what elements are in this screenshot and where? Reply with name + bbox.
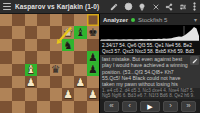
square-g5[interactable] xyxy=(74,51,86,63)
hint-bulb-icon[interactable] xyxy=(138,3,146,11)
square-a7[interactable] xyxy=(0,26,12,38)
square-f6[interactable]: ♞ xyxy=(62,39,74,51)
engine-line[interactable]: 2.34/17 54. Qe6 Qf3 55. Qe1 Ne4 56. Be2 … xyxy=(100,42,200,55)
square-e5[interactable] xyxy=(50,51,62,63)
square-d1[interactable] xyxy=(37,101,49,113)
play-circle-icon[interactable] xyxy=(124,2,133,11)
navigation-bar: « ‹ ▶ › » xyxy=(100,99,200,113)
edit-icon[interactable] xyxy=(110,3,118,11)
square-b5[interactable] xyxy=(12,51,24,63)
square-h8[interactable] xyxy=(87,14,99,26)
square-g7[interactable]: ♝ xyxy=(74,26,86,38)
move-list[interactable]: 1. e4 c6 2. d4 d5 3. Nc3 dxe4 4. Nxe4 Nd… xyxy=(100,88,200,99)
first-move-button[interactable]: « xyxy=(104,101,119,112)
piece-black-pawn[interactable]: ♟ xyxy=(88,64,98,75)
square-g6[interactable] xyxy=(74,39,86,51)
square-e8[interactable] xyxy=(50,14,62,26)
square-h7[interactable]: ♚ xyxy=(87,26,99,38)
square-f1[interactable] xyxy=(62,101,74,113)
square-a3[interactable] xyxy=(0,76,12,88)
square-a5[interactable] xyxy=(0,51,12,63)
square-g1[interactable] xyxy=(74,101,86,113)
menu-icon[interactable] xyxy=(3,3,11,10)
piece-white-queen[interactable]: ♛ xyxy=(63,27,73,38)
square-c5[interactable] xyxy=(25,51,37,63)
piece-black-bishop[interactable]: ♝ xyxy=(76,27,86,38)
square-h2[interactable]: ♟ xyxy=(87,88,99,100)
title-bar: Kasparov vs Karjakin (1-0) xyxy=(0,0,200,14)
overflow-menu-icon[interactable] xyxy=(192,2,197,11)
square-a8[interactable] xyxy=(0,14,12,26)
eval-graph[interactable] xyxy=(100,25,200,42)
edit-comment-button[interactable] xyxy=(190,56,199,65)
square-b8[interactable] xyxy=(12,14,24,26)
close-icon[interactable] xyxy=(152,3,160,11)
square-e7[interactable] xyxy=(50,26,62,38)
engine-status-dot xyxy=(131,18,135,22)
square-c3[interactable]: ♟ xyxy=(25,76,37,88)
comment-text: last mistake. But even against best play… xyxy=(102,56,188,88)
square-f3[interactable] xyxy=(62,76,74,88)
square-b7[interactable] xyxy=(12,26,24,38)
analysis-panel: Analyzer Stockfish 5 ▾ 2.34/17 54. Qe6 Q… xyxy=(100,14,200,113)
square-f2[interactable]: ♟ xyxy=(62,88,74,100)
title-bar-actions xyxy=(110,2,200,11)
chevron-down-icon[interactable]: ▾ xyxy=(194,17,197,23)
square-h3[interactable] xyxy=(87,76,99,88)
square-b3[interactable] xyxy=(12,76,24,88)
square-e4[interactable]: ♛ xyxy=(50,64,62,76)
piece-black-knight[interactable]: ♞ xyxy=(63,40,73,51)
square-a4[interactable] xyxy=(0,64,12,76)
square-f5[interactable] xyxy=(62,51,74,63)
square-c4[interactable]: ♝ xyxy=(25,64,37,76)
engine-name[interactable]: Stockfish 5 xyxy=(138,17,167,23)
square-e6[interactable] xyxy=(50,39,62,51)
piece-black-queen[interactable]: ♛ xyxy=(51,64,61,75)
square-e3[interactable] xyxy=(50,76,62,88)
square-g4[interactable] xyxy=(74,64,86,76)
square-e2[interactable] xyxy=(50,88,62,100)
square-f4[interactable] xyxy=(62,64,74,76)
square-d8[interactable] xyxy=(37,14,49,26)
square-g8[interactable] xyxy=(74,14,86,26)
square-h1[interactable] xyxy=(87,101,99,113)
square-f8[interactable] xyxy=(62,14,74,26)
square-a6[interactable] xyxy=(0,39,12,51)
piece-black-pawn[interactable]: ♟ xyxy=(88,52,98,63)
square-d3[interactable] xyxy=(37,76,49,88)
square-c1[interactable] xyxy=(25,101,37,113)
next-move-button[interactable]: › xyxy=(163,101,178,112)
tune-icon[interactable] xyxy=(179,3,187,11)
engine-header: Analyzer Stockfish 5 ▾ xyxy=(100,14,200,25)
square-a2[interactable] xyxy=(0,88,12,100)
square-g2[interactable] xyxy=(74,88,86,100)
square-b2[interactable] xyxy=(12,88,24,100)
square-h6[interactable] xyxy=(87,39,99,51)
last-move-button[interactable]: » xyxy=(181,101,196,112)
piece-white-pawn[interactable]: ♟ xyxy=(63,89,73,100)
page-title: Kasparov vs Karjakin (1-0) xyxy=(15,3,99,10)
annotation-comment[interactable]: last mistake. But even against best play… xyxy=(100,55,200,88)
square-h4[interactable]: ♟ xyxy=(87,64,99,76)
square-b6[interactable] xyxy=(12,39,24,51)
piece-white-bishop[interactable]: ♝ xyxy=(26,64,36,75)
square-f7[interactable]: ♛ xyxy=(62,26,74,38)
square-c7[interactable] xyxy=(25,26,37,38)
square-c2[interactable] xyxy=(25,88,37,100)
square-d4[interactable] xyxy=(37,64,49,76)
square-d2[interactable] xyxy=(37,88,49,100)
square-h5[interactable]: ♟ xyxy=(87,51,99,63)
prev-move-button[interactable]: ‹ xyxy=(122,101,137,112)
square-d6[interactable] xyxy=(37,39,49,51)
piece-white-pawn[interactable]: ♟ xyxy=(26,77,36,88)
pencil-icon xyxy=(192,58,198,64)
piece-black-king[interactable]: ♚ xyxy=(88,27,98,38)
square-b4[interactable] xyxy=(12,64,24,76)
analyzer-tab[interactable]: Analyzer xyxy=(103,17,128,23)
piece-white-pawn[interactable]: ♟ xyxy=(76,77,86,88)
piece-white-pawn[interactable]: ♟ xyxy=(88,89,98,100)
square-d5[interactable] xyxy=(37,51,49,63)
square-e1[interactable] xyxy=(50,101,62,113)
square-g3[interactable]: ♟ xyxy=(74,76,86,88)
square-c8[interactable] xyxy=(25,14,37,26)
chess-board: ♛♝♚♞♟♝♛♟♟♟♟♟ xyxy=(0,14,99,113)
square-c6[interactable] xyxy=(25,39,37,51)
square-b1[interactable] xyxy=(12,101,24,113)
square-a1[interactable] xyxy=(0,101,12,113)
square-d7[interactable] xyxy=(37,26,49,38)
eval-graph-plot xyxy=(100,25,200,42)
share-icon[interactable] xyxy=(165,3,173,11)
play-button[interactable]: ▶ xyxy=(140,101,160,112)
